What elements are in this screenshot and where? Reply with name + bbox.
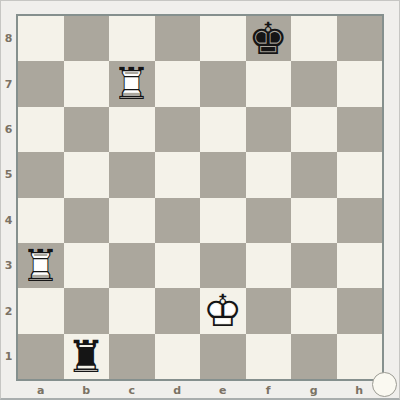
square-g2[interactable] — [291, 288, 337, 333]
black-piece-glyph: ♜ — [64, 334, 110, 379]
file-label-c: c — [109, 382, 155, 398]
square-e3[interactable] — [200, 243, 246, 288]
square-b5[interactable] — [64, 152, 110, 197]
white-piece-outline: ♖ — [109, 61, 155, 106]
square-b8[interactable] — [64, 16, 110, 61]
square-b1[interactable]: ♜ — [64, 334, 110, 379]
square-b3[interactable] — [64, 243, 110, 288]
square-h5[interactable] — [337, 152, 383, 197]
square-f7[interactable] — [246, 61, 292, 106]
rank-label-3: 3 — [1, 243, 16, 288]
square-c6[interactable] — [109, 107, 155, 152]
file-label-e: e — [200, 382, 246, 398]
square-a5[interactable] — [18, 152, 64, 197]
square-a3[interactable]: ♜♖ — [18, 243, 64, 288]
square-g5[interactable] — [291, 152, 337, 197]
black-piece-glyph: ♚ — [246, 16, 292, 61]
piece-black-rook[interactable]: ♜ — [64, 334, 110, 379]
square-h1[interactable] — [337, 334, 383, 379]
square-d4[interactable] — [155, 198, 201, 243]
square-h3[interactable] — [337, 243, 383, 288]
rank-label-8: 8 — [1, 16, 16, 61]
square-e8[interactable] — [200, 16, 246, 61]
square-g6[interactable] — [291, 107, 337, 152]
square-g8[interactable] — [291, 16, 337, 61]
square-c2[interactable] — [109, 288, 155, 333]
file-label-b: b — [64, 382, 110, 398]
square-b4[interactable] — [64, 198, 110, 243]
square-e2[interactable]: ♚♔ — [200, 288, 246, 333]
white-piece-fill: ♚ — [200, 288, 246, 333]
white-piece-outline: ♔ — [200, 288, 246, 333]
piece-white-rook[interactable]: ♜♖ — [109, 61, 155, 106]
file-label-f: f — [246, 382, 292, 398]
square-e1[interactable] — [200, 334, 246, 379]
square-a6[interactable] — [18, 107, 64, 152]
square-a8[interactable] — [18, 16, 64, 61]
square-c7[interactable]: ♜♖ — [109, 61, 155, 106]
square-f1[interactable] — [246, 334, 292, 379]
square-e4[interactable] — [200, 198, 246, 243]
file-label-d: d — [155, 382, 201, 398]
white-piece-fill: ♜ — [109, 61, 155, 106]
square-b2[interactable] — [64, 288, 110, 333]
square-a4[interactable] — [18, 198, 64, 243]
square-c4[interactable] — [109, 198, 155, 243]
chess-board: ♚♜♖♜♖♚♔♜ — [16, 14, 384, 381]
square-d2[interactable] — [155, 288, 201, 333]
square-g1[interactable] — [291, 334, 337, 379]
square-a7[interactable] — [18, 61, 64, 106]
rank-label-5: 5 — [1, 152, 16, 197]
square-d8[interactable] — [155, 16, 201, 61]
file-label-g: g — [291, 382, 337, 398]
square-a2[interactable] — [18, 288, 64, 333]
rank-label-6: 6 — [1, 107, 16, 152]
square-c5[interactable] — [109, 152, 155, 197]
square-e5[interactable] — [200, 152, 246, 197]
square-f8[interactable]: ♚ — [246, 16, 292, 61]
square-h2[interactable] — [337, 288, 383, 333]
square-f5[interactable] — [246, 152, 292, 197]
square-f6[interactable] — [246, 107, 292, 152]
white-piece-outline: ♖ — [18, 243, 64, 288]
piece-white-rook[interactable]: ♜♖ — [18, 243, 64, 288]
square-h6[interactable] — [337, 107, 383, 152]
square-d5[interactable] — [155, 152, 201, 197]
square-h8[interactable] — [337, 16, 383, 61]
rank-label-1: 1 — [1, 334, 16, 379]
square-a1[interactable] — [18, 334, 64, 379]
square-e6[interactable] — [200, 107, 246, 152]
square-g3[interactable] — [291, 243, 337, 288]
rank-label-4: 4 — [1, 198, 16, 243]
rank-label-2: 2 — [1, 288, 16, 333]
chess-widget: ♚♜♖♜♖♚♔♜ 87654321abcdefgh — [0, 0, 400, 400]
square-h4[interactable] — [337, 198, 383, 243]
square-d1[interactable] — [155, 334, 201, 379]
square-d3[interactable] — [155, 243, 201, 288]
square-f4[interactable] — [246, 198, 292, 243]
square-c8[interactable] — [109, 16, 155, 61]
piece-black-king[interactable]: ♚ — [246, 16, 292, 61]
square-b7[interactable] — [64, 61, 110, 106]
square-d6[interactable] — [155, 107, 201, 152]
square-f2[interactable] — [246, 288, 292, 333]
square-c3[interactable] — [109, 243, 155, 288]
square-e7[interactable] — [200, 61, 246, 106]
square-h7[interactable] — [337, 61, 383, 106]
white-piece-fill: ♜ — [18, 243, 64, 288]
square-d7[interactable] — [155, 61, 201, 106]
rank-label-7: 7 — [1, 61, 16, 106]
piece-white-king[interactable]: ♚♔ — [200, 288, 246, 333]
corner-circle-button[interactable] — [372, 372, 397, 397]
square-f3[interactable] — [246, 243, 292, 288]
square-g4[interactable] — [291, 198, 337, 243]
square-b6[interactable] — [64, 107, 110, 152]
square-g7[interactable] — [291, 61, 337, 106]
square-c1[interactable] — [109, 334, 155, 379]
file-label-a: a — [18, 382, 64, 398]
